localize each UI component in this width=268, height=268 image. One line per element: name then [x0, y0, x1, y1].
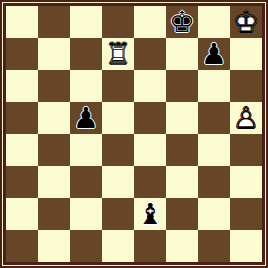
square-c2[interactable] [70, 198, 102, 230]
square-g3[interactable] [198, 166, 230, 198]
square-h3[interactable] [230, 166, 262, 198]
square-d6[interactable] [102, 70, 134, 102]
square-f2[interactable] [166, 198, 198, 230]
square-e3[interactable] [134, 166, 166, 198]
square-g1[interactable] [198, 230, 230, 262]
board-frame-inner-line: ♚♚♔♜♖♟♟♟♙♝ [2, 2, 266, 266]
square-h7[interactable] [230, 38, 262, 70]
square-e5[interactable] [134, 102, 166, 134]
square-b5[interactable] [38, 102, 70, 134]
square-h1[interactable] [230, 230, 262, 262]
square-f6[interactable] [166, 70, 198, 102]
square-e6[interactable] [134, 70, 166, 102]
square-g6[interactable] [198, 70, 230, 102]
square-d7[interactable]: ♜♖ [102, 38, 134, 70]
square-c7[interactable] [70, 38, 102, 70]
square-c5[interactable]: ♟ [70, 102, 102, 134]
square-b6[interactable] [38, 70, 70, 102]
square-a3[interactable] [6, 166, 38, 198]
square-h2[interactable] [230, 198, 262, 230]
piece-white-pawn-icon: ♟♙ [230, 102, 262, 134]
piece-outline-layer: ♙ [230, 102, 262, 134]
piece-black-pawn-icon: ♟ [198, 38, 230, 70]
board-frame-outer: ♚♚♔♜♖♟♟♟♙♝ [0, 0, 268, 268]
piece-outline-layer: ♖ [102, 38, 134, 70]
square-h4[interactable] [230, 134, 262, 166]
square-e2[interactable]: ♝ [134, 198, 166, 230]
square-d8[interactable] [102, 6, 134, 38]
square-h8[interactable]: ♚♔ [230, 6, 262, 38]
square-f1[interactable] [166, 230, 198, 262]
square-d5[interactable] [102, 102, 134, 134]
square-d1[interactable] [102, 230, 134, 262]
square-f4[interactable] [166, 134, 198, 166]
piece-white-king-icon: ♚♔ [230, 6, 262, 38]
square-g8[interactable] [198, 6, 230, 38]
square-f3[interactable] [166, 166, 198, 198]
square-c1[interactable] [70, 230, 102, 262]
square-e1[interactable] [134, 230, 166, 262]
square-a1[interactable] [6, 230, 38, 262]
piece-black-bishop-icon: ♝ [134, 198, 166, 230]
square-b8[interactable] [38, 6, 70, 38]
square-h5[interactable]: ♟♙ [230, 102, 262, 134]
square-f5[interactable] [166, 102, 198, 134]
piece-outline-layer: ♔ [230, 6, 262, 38]
chess-board: ♚♚♔♜♖♟♟♟♙♝ [6, 6, 262, 262]
square-g2[interactable] [198, 198, 230, 230]
square-d3[interactable] [102, 166, 134, 198]
board-frame-inner: ♚♚♔♜♖♟♟♟♙♝ [3, 3, 265, 265]
square-b4[interactable] [38, 134, 70, 166]
square-b3[interactable] [38, 166, 70, 198]
square-d4[interactable] [102, 134, 134, 166]
piece-white-rook-icon: ♜♖ [102, 38, 134, 70]
square-g4[interactable] [198, 134, 230, 166]
square-c4[interactable] [70, 134, 102, 166]
square-a2[interactable] [6, 198, 38, 230]
square-d2[interactable] [102, 198, 134, 230]
square-f7[interactable] [166, 38, 198, 70]
square-c8[interactable] [70, 6, 102, 38]
square-e8[interactable] [134, 6, 166, 38]
square-a6[interactable] [6, 70, 38, 102]
square-h6[interactable] [230, 70, 262, 102]
square-c3[interactable] [70, 166, 102, 198]
square-e7[interactable] [134, 38, 166, 70]
square-b7[interactable] [38, 38, 70, 70]
square-f8[interactable]: ♚ [166, 6, 198, 38]
square-a5[interactable] [6, 102, 38, 134]
square-b1[interactable] [38, 230, 70, 262]
square-e4[interactable] [134, 134, 166, 166]
square-b2[interactable] [38, 198, 70, 230]
square-g7[interactable]: ♟ [198, 38, 230, 70]
square-a4[interactable] [6, 134, 38, 166]
square-g5[interactable] [198, 102, 230, 134]
square-c6[interactable] [70, 70, 102, 102]
piece-black-pawn-icon: ♟ [70, 102, 102, 134]
square-a8[interactable] [6, 6, 38, 38]
piece-black-king-icon: ♚ [166, 6, 198, 38]
square-a7[interactable] [6, 38, 38, 70]
